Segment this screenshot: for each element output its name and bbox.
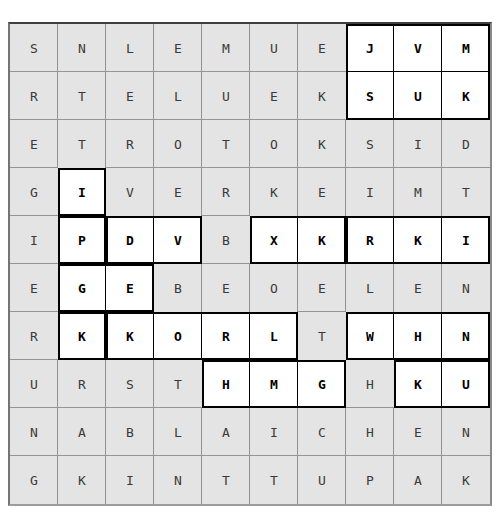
grid-cell-r9c9[interactable]: E — [394, 408, 442, 456]
grid-cell-r8c9[interactable]: K — [394, 360, 442, 408]
grid-cell-r4c8[interactable]: I — [346, 168, 394, 216]
grid-cell-r4c5[interactable]: R — [202, 168, 250, 216]
grid-cell-r10c9[interactable]: A — [394, 456, 442, 504]
grid-cell-r6c4[interactable]: B — [154, 264, 202, 312]
grid-cell-r9c10[interactable]: N — [442, 408, 490, 456]
grid-cell-r5c6[interactable]: X — [250, 216, 298, 264]
grid-cell-r10c1[interactable]: G — [10, 456, 58, 504]
grid-cell-r7c1[interactable]: R — [10, 312, 58, 360]
grid-cell-r2c1[interactable]: R — [10, 72, 58, 120]
grid-cell-r10c8[interactable]: P — [346, 456, 394, 504]
grid-cell-r2c7[interactable]: K — [298, 72, 346, 120]
grid-cell-r6c9[interactable]: E — [394, 264, 442, 312]
grid-cell-r4c7[interactable]: E — [298, 168, 346, 216]
grid-cell-r8c4[interactable]: T — [154, 360, 202, 408]
grid-cell-r1c1[interactable]: S — [10, 24, 58, 72]
grid-cell-r5c8[interactable]: R — [346, 216, 394, 264]
grid-cell-r7c7[interactable]: T — [298, 312, 346, 360]
grid-cell-r8c8[interactable]: H — [346, 360, 394, 408]
grid-cell-r7c6[interactable]: L — [250, 312, 298, 360]
grid-cell-r2c5[interactable]: U — [202, 72, 250, 120]
grid-cell-r4c4[interactable]: E — [154, 168, 202, 216]
grid-cell-r3c8[interactable]: S — [346, 120, 394, 168]
grid-cell-r2c3[interactable]: E — [106, 72, 154, 120]
grid-cell-r10c7[interactable]: U — [298, 456, 346, 504]
grid-cell-r3c10[interactable]: D — [442, 120, 490, 168]
grid-cell-r10c3[interactable]: I — [106, 456, 154, 504]
grid-cell-r8c1[interactable]: U — [10, 360, 58, 408]
grid-cell-r3c1[interactable]: E — [10, 120, 58, 168]
word-search-board: SNLEMUEJVMRTELUEKSUKETROTOKSIDGIVERKEIMT… — [8, 22, 492, 506]
grid-cell-r6c5[interactable]: E — [202, 264, 250, 312]
grid-cell-r2c2[interactable]: T — [58, 72, 106, 120]
grid-cell-r7c3[interactable]: K — [106, 312, 154, 360]
grid-cell-r4c10[interactable]: T — [442, 168, 490, 216]
grid-cell-r6c7[interactable]: E — [298, 264, 346, 312]
grid-cell-r6c2[interactable]: G — [58, 264, 106, 312]
grid-cell-r8c2[interactable]: R — [58, 360, 106, 408]
grid-cell-r5c1[interactable]: I — [10, 216, 58, 264]
grid-cell-r6c10[interactable]: N — [442, 264, 490, 312]
grid-cell-r4c6[interactable]: K — [250, 168, 298, 216]
grid-cell-r1c9[interactable]: V — [394, 24, 442, 72]
grid-cell-r3c3[interactable]: R — [106, 120, 154, 168]
grid-cell-r5c10[interactable]: I — [442, 216, 490, 264]
grid-cell-r5c5[interactable]: B — [202, 216, 250, 264]
grid-cell-r2c9[interactable]: U — [394, 72, 442, 120]
grid-cell-r5c2[interactable]: P — [58, 216, 106, 264]
grid-cell-r9c3[interactable]: B — [106, 408, 154, 456]
grid-cell-r7c10[interactable]: N — [442, 312, 490, 360]
grid-cell-r9c7[interactable]: C — [298, 408, 346, 456]
grid-cell-r5c3[interactable]: D — [106, 216, 154, 264]
grid-cell-r3c2[interactable]: T — [58, 120, 106, 168]
grid-cell-r6c1[interactable]: E — [10, 264, 58, 312]
grid-cell-r7c8[interactable]: W — [346, 312, 394, 360]
grid-cell-r9c1[interactable]: N — [10, 408, 58, 456]
grid-cell-r5c7[interactable]: K — [298, 216, 346, 264]
grid-cell-r7c2[interactable]: K — [58, 312, 106, 360]
grid-cell-r3c6[interactable]: O — [250, 120, 298, 168]
grid-cell-r10c4[interactable]: N — [154, 456, 202, 504]
grid-cell-r2c6[interactable]: E — [250, 72, 298, 120]
grid-cell-r3c7[interactable]: K — [298, 120, 346, 168]
grid-cell-r4c9[interactable]: M — [394, 168, 442, 216]
grid-cell-r7c9[interactable]: H — [394, 312, 442, 360]
grid-cell-r4c2[interactable]: I — [58, 168, 106, 216]
grid-cell-r1c7[interactable]: E — [298, 24, 346, 72]
grid-cell-r2c10[interactable]: K — [442, 72, 490, 120]
grid-cell-r8c5[interactable]: H — [202, 360, 250, 408]
grid-cell-r9c8[interactable]: H — [346, 408, 394, 456]
grid-cell-r1c8[interactable]: J — [346, 24, 394, 72]
grid-cell-r6c3[interactable]: E — [106, 264, 154, 312]
grid-cell-r8c7[interactable]: G — [298, 360, 346, 408]
grid-cell-r8c3[interactable]: S — [106, 360, 154, 408]
grid-cell-r6c8[interactable]: L — [346, 264, 394, 312]
grid-cell-r10c6[interactable]: T — [250, 456, 298, 504]
grid-cell-r1c10[interactable]: M — [442, 24, 490, 72]
grid-cell-r4c3[interactable]: V — [106, 168, 154, 216]
grid-cell-r3c5[interactable]: T — [202, 120, 250, 168]
grid-cell-r8c6[interactable]: M — [250, 360, 298, 408]
grid-cell-r3c4[interactable]: O — [154, 120, 202, 168]
grid-cell-r4c1[interactable]: G — [10, 168, 58, 216]
grid-cell-r1c2[interactable]: N — [58, 24, 106, 72]
grid-cell-r10c10[interactable]: K — [442, 456, 490, 504]
grid-cell-r1c3[interactable]: L — [106, 24, 154, 72]
grid-cell-r7c4[interactable]: O — [154, 312, 202, 360]
grid-cell-r8c10[interactable]: U — [442, 360, 490, 408]
grid-cell-r2c8[interactable]: S — [346, 72, 394, 120]
grid-cell-r10c5[interactable]: T — [202, 456, 250, 504]
grid-cell-r9c4[interactable]: L — [154, 408, 202, 456]
grid-cell-r6c6[interactable]: O — [250, 264, 298, 312]
grid-cell-r5c9[interactable]: K — [394, 216, 442, 264]
grid-cell-r9c2[interactable]: A — [58, 408, 106, 456]
grid-cell-r5c4[interactable]: V — [154, 216, 202, 264]
grid-cell-r2c4[interactable]: L — [154, 72, 202, 120]
grid-cell-r7c5[interactable]: R — [202, 312, 250, 360]
grid-cell-r9c5[interactable]: A — [202, 408, 250, 456]
grid-cell-r1c6[interactable]: U — [250, 24, 298, 72]
grid-cell-r1c4[interactable]: E — [154, 24, 202, 72]
grid-cell-r1c5[interactable]: M — [202, 24, 250, 72]
grid-cell-r9c6[interactable]: I — [250, 408, 298, 456]
grid-cell-r10c2[interactable]: K — [58, 456, 106, 504]
grid-cell-r3c9[interactable]: I — [394, 120, 442, 168]
